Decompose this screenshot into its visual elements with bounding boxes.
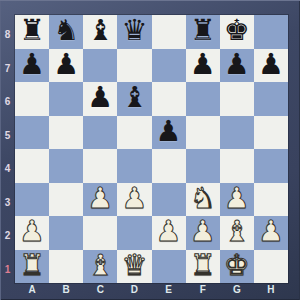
- rank-label-4: 4: [0, 149, 15, 183]
- square-g7[interactable]: ♟: [220, 49, 254, 83]
- square-b8[interactable]: ♞: [49, 15, 83, 49]
- file-label-e: E: [152, 283, 186, 298]
- file-label-d: D: [117, 283, 151, 298]
- square-f2[interactable]: ♟: [186, 216, 220, 250]
- square-e1[interactable]: [152, 250, 186, 284]
- chess-board[interactable]: ♜♞♝♛♜♚♟♟♟♟♟♟♝♟♟♟♞♟♟♟♟♝♟♜♝♛♜♚: [15, 15, 288, 283]
- square-a3[interactable]: [15, 183, 49, 217]
- square-h3[interactable]: [254, 183, 288, 217]
- piece-black-king-g8[interactable]: ♚: [224, 16, 250, 45]
- square-f5[interactable]: [186, 116, 220, 150]
- rank-label-7: 7: [0, 49, 15, 83]
- square-h4[interactable]: [254, 149, 288, 183]
- square-a2[interactable]: ♟: [15, 216, 49, 250]
- piece-black-pawn-b7[interactable]: ♟: [53, 50, 79, 79]
- file-label-f: F: [186, 283, 220, 298]
- rank-label-1: 1: [0, 250, 15, 284]
- square-h8[interactable]: [254, 15, 288, 49]
- square-g6[interactable]: [220, 82, 254, 116]
- piece-white-pawn-d3[interactable]: ♟: [121, 184, 147, 213]
- square-c2[interactable]: [83, 216, 117, 250]
- file-label-c: C: [83, 283, 117, 298]
- square-f6[interactable]: [186, 82, 220, 116]
- rank-label-5: 5: [0, 116, 15, 150]
- piece-white-pawn-e2[interactable]: ♟: [156, 217, 182, 246]
- square-a1[interactable]: ♜: [15, 250, 49, 284]
- piece-black-bishop-c8[interactable]: ♝: [87, 16, 113, 45]
- square-g2[interactable]: ♝: [220, 216, 254, 250]
- piece-white-rook-a1[interactable]: ♜: [19, 251, 45, 280]
- square-a8[interactable]: ♜: [15, 15, 49, 49]
- piece-black-rook-f8[interactable]: ♜: [190, 16, 216, 45]
- square-h2[interactable]: ♟: [254, 216, 288, 250]
- square-f4[interactable]: [186, 149, 220, 183]
- square-d4[interactable]: [117, 149, 151, 183]
- square-d3[interactable]: ♟: [117, 183, 151, 217]
- rank-label-2: 2: [0, 216, 15, 250]
- file-label-h: H: [254, 283, 288, 298]
- square-c3[interactable]: ♟: [83, 183, 117, 217]
- rank-label-8: 8: [0, 15, 15, 49]
- rank-label-6: 6: [0, 82, 15, 116]
- square-h1[interactable]: [254, 250, 288, 284]
- file-label-b: B: [49, 283, 83, 298]
- square-c6[interactable]: ♟: [83, 82, 117, 116]
- square-d6[interactable]: ♝: [117, 82, 151, 116]
- square-c8[interactable]: ♝: [83, 15, 117, 49]
- square-a7[interactable]: ♟: [15, 49, 49, 83]
- square-g4[interactable]: [220, 149, 254, 183]
- square-f7[interactable]: ♟: [186, 49, 220, 83]
- square-f1[interactable]: ♜: [186, 250, 220, 284]
- piece-black-rook-a8[interactable]: ♜: [19, 16, 45, 45]
- piece-white-pawn-a2[interactable]: ♟: [19, 217, 45, 246]
- piece-white-bishop-g2[interactable]: ♝: [224, 217, 250, 246]
- piece-white-pawn-c3[interactable]: ♟: [87, 184, 113, 213]
- piece-black-pawn-f7[interactable]: ♟: [190, 50, 216, 79]
- file-label-a: A: [15, 283, 49, 298]
- square-c5[interactable]: [83, 116, 117, 150]
- square-h7[interactable]: ♟: [254, 49, 288, 83]
- square-e3[interactable]: [152, 183, 186, 217]
- piece-white-king-g1[interactable]: ♚: [224, 251, 250, 280]
- piece-white-rook-f1[interactable]: ♜: [190, 251, 216, 280]
- piece-white-queen-d1[interactable]: ♛: [121, 251, 147, 280]
- square-e8[interactable]: [152, 15, 186, 49]
- piece-black-pawn-g7[interactable]: ♟: [224, 50, 250, 79]
- square-g5[interactable]: [220, 116, 254, 150]
- piece-white-pawn-g3[interactable]: ♟: [224, 184, 250, 213]
- rank-label-3: 3: [0, 183, 15, 217]
- square-h5[interactable]: [254, 116, 288, 150]
- square-b1[interactable]: [49, 250, 83, 284]
- square-a5[interactable]: [15, 116, 49, 150]
- square-d7[interactable]: [117, 49, 151, 83]
- square-g1[interactable]: ♚: [220, 250, 254, 284]
- square-d5[interactable]: [117, 116, 151, 150]
- square-b7[interactable]: ♟: [49, 49, 83, 83]
- chess-board-frame: 87654321 ♜♞♝♛♜♚♟♟♟♟♟♟♝♟♟♟♞♟♟♟♟♝♟♜♝♛♜♚ AB…: [0, 0, 300, 300]
- square-e2[interactable]: ♟: [152, 216, 186, 250]
- file-label-g: G: [220, 283, 254, 298]
- square-c4[interactable]: [83, 149, 117, 183]
- square-b6[interactable]: [49, 82, 83, 116]
- square-e7[interactable]: [152, 49, 186, 83]
- file-labels: ABCDEFGH: [15, 283, 288, 298]
- square-b5[interactable]: [49, 116, 83, 150]
- piece-black-pawn-e5[interactable]: ♟: [156, 117, 182, 146]
- piece-white-bishop-c1[interactable]: ♝: [87, 251, 113, 280]
- square-d8[interactable]: ♛: [117, 15, 151, 49]
- square-d1[interactable]: ♛: [117, 250, 151, 284]
- square-g8[interactable]: ♚: [220, 15, 254, 49]
- piece-black-knight-b8[interactable]: ♞: [53, 16, 79, 45]
- square-a6[interactable]: [15, 82, 49, 116]
- square-f8[interactable]: ♜: [186, 15, 220, 49]
- square-h6[interactable]: [254, 82, 288, 116]
- piece-white-knight-f3[interactable]: ♞: [190, 184, 216, 213]
- rank-labels: 87654321: [0, 15, 15, 283]
- square-c7[interactable]: [83, 49, 117, 83]
- piece-white-pawn-h2[interactable]: ♟: [258, 217, 284, 246]
- piece-white-pawn-f2[interactable]: ♟: [190, 217, 216, 246]
- piece-black-pawn-c6[interactable]: ♟: [87, 83, 113, 112]
- square-e4[interactable]: [152, 149, 186, 183]
- square-b2[interactable]: [49, 216, 83, 250]
- square-e5[interactable]: ♟: [152, 116, 186, 150]
- piece-black-pawn-a7[interactable]: ♟: [19, 50, 45, 79]
- piece-black-bishop-d6[interactable]: ♝: [121, 83, 147, 112]
- square-d2[interactable]: [117, 216, 151, 250]
- square-c1[interactable]: ♝: [83, 250, 117, 284]
- square-f3[interactable]: ♞: [186, 183, 220, 217]
- square-e6[interactable]: [152, 82, 186, 116]
- square-b3[interactable]: [49, 183, 83, 217]
- square-b4[interactable]: [49, 149, 83, 183]
- piece-black-queen-d8[interactable]: ♛: [121, 16, 147, 45]
- square-a4[interactable]: [15, 149, 49, 183]
- square-g3[interactable]: ♟: [220, 183, 254, 217]
- piece-black-pawn-h7[interactable]: ♟: [258, 50, 284, 79]
